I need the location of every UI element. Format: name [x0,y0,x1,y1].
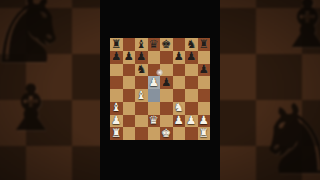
move-sparkle-effect [156,69,163,76]
square-d1[interactable] [148,127,161,140]
square-f6[interactable] [173,64,186,77]
piece-black-knight-c6[interactable]: ♞ [136,64,146,76]
chess-board[interactable]: ♜♝♛♚♞♜♟♟♟♟♟♞♟♟♟♝♝♞♟♛♟♟♟♜♚♜ [110,38,210,140]
piece-black-pawn-g7[interactable]: ♟ [186,51,196,63]
square-f2[interactable]: ♟ [173,115,186,128]
piece-black-pawn-e5[interactable]: ♟ [161,76,171,88]
square-c3[interactable] [135,102,148,115]
video-frame: ♞ ♝ ♝ ♞ ♜♝♛♚♞♜♟♟♟♟♟♞♟♟♟♝♝♞♟♛♟♟♟♜♚♜ [0,0,320,180]
square-e4[interactable] [160,89,173,102]
square-b1[interactable] [123,127,136,140]
piece-white-pawn-d5[interactable]: ♟ [149,76,159,88]
square-d2[interactable]: ♛ [148,115,161,128]
square-g4[interactable] [185,89,198,102]
piece-black-queen-d8[interactable]: ♛ [149,38,159,50]
square-b5[interactable] [123,76,136,89]
square-b2[interactable] [123,115,136,128]
square-d7[interactable] [148,51,161,64]
piece-black-king-e8[interactable]: ♚ [161,38,171,50]
piece-black-pawn-f7[interactable]: ♟ [174,51,184,63]
square-g6[interactable] [185,64,198,77]
piece-white-king-e1[interactable]: ♚ [161,127,171,139]
square-d5[interactable]: ♟ [148,76,161,89]
square-e7[interactable] [160,51,173,64]
square-e3[interactable] [160,102,173,115]
piece-black-pawn-b7[interactable]: ♟ [124,51,134,63]
square-h1[interactable]: ♜ [198,127,211,140]
square-h8[interactable]: ♜ [198,38,211,51]
piece-black-rook-h8[interactable]: ♜ [199,38,209,50]
piece-white-bishop-c4[interactable]: ♝ [136,89,146,101]
piece-black-pawn-a7[interactable]: ♟ [111,51,121,63]
square-f5[interactable] [173,76,186,89]
square-h6[interactable]: ♟ [198,64,211,77]
square-b7[interactable]: ♟ [123,51,136,64]
square-b3[interactable] [123,102,136,115]
piece-black-pawn-h6[interactable]: ♟ [199,64,209,76]
square-d8[interactable]: ♛ [148,38,161,51]
piece-white-queen-d2[interactable]: ♛ [149,115,159,127]
square-c4[interactable]: ♝ [135,89,148,102]
square-e5[interactable]: ♟ [160,76,173,89]
square-a6[interactable] [110,64,123,77]
piece-white-rook-h1[interactable]: ♜ [199,127,209,139]
square-g1[interactable] [185,127,198,140]
square-e1[interactable]: ♚ [160,127,173,140]
square-d4[interactable] [148,89,161,102]
square-a1[interactable]: ♜ [110,127,123,140]
square-h5[interactable] [198,76,211,89]
piece-white-pawn-g2[interactable]: ♟ [186,115,196,127]
square-g2[interactable]: ♟ [185,115,198,128]
square-g7[interactable]: ♟ [185,51,198,64]
square-b4[interactable] [123,89,136,102]
square-h4[interactable] [198,89,211,102]
square-g5[interactable] [185,76,198,89]
square-c2[interactable] [135,115,148,128]
square-f7[interactable]: ♟ [173,51,186,64]
square-a5[interactable] [110,76,123,89]
square-c6[interactable]: ♞ [135,64,148,77]
square-b6[interactable] [123,64,136,77]
square-a7[interactable]: ♟ [110,51,123,64]
square-f1[interactable] [173,127,186,140]
square-e8[interactable]: ♚ [160,38,173,51]
piece-white-rook-a1[interactable]: ♜ [111,127,121,139]
piece-white-pawn-f2[interactable]: ♟ [174,115,184,127]
square-c1[interactable] [135,127,148,140]
